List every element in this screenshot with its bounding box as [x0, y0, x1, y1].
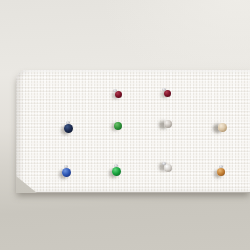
- champagne-stud-middle: [218, 123, 227, 132]
- sapphire-stud-bright: [62, 168, 71, 177]
- clear-stud-bottom-post: [162, 162, 166, 165]
- ruby-stud-top-right-post: [162, 88, 166, 91]
- citrine-stud-bottom-gem: [217, 168, 225, 176]
- ruby-stud-top-left-post: [113, 89, 117, 92]
- emerald-stud-middle: [114, 122, 122, 130]
- ruby-stud-top-right-gem: [164, 90, 171, 97]
- citrine-stud-bottom: [217, 168, 225, 176]
- sapphire-stud-dark-post: [66, 121, 70, 124]
- clear-stud-bottom: [164, 164, 172, 172]
- ruby-stud-top-right: [164, 90, 171, 97]
- citrine-stud-bottom-post: [219, 165, 223, 168]
- champagne-stud-middle-gem: [218, 123, 227, 132]
- ruby-stud-top-left-gem: [115, 91, 122, 98]
- ruby-stud-top-left: [115, 91, 122, 98]
- emerald-stud-bright: [112, 167, 121, 176]
- emerald-stud-bright-gem: [112, 167, 121, 176]
- clear-stud-middle: [164, 120, 172, 128]
- studs-layer: [0, 0, 250, 250]
- emerald-stud-middle-gem: [114, 122, 122, 130]
- clear-stud-bottom-gem: [164, 164, 172, 172]
- emerald-stud-bright-post: [114, 164, 118, 167]
- sapphire-stud-dark-gem: [64, 124, 73, 133]
- clear-stud-middle-gem: [164, 120, 172, 128]
- sapphire-stud-bright-gem: [62, 168, 71, 177]
- sapphire-stud-bright-post: [64, 165, 68, 168]
- sapphire-stud-dark: [64, 124, 73, 133]
